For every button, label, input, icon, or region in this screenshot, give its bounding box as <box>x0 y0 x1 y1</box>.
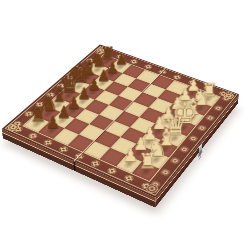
piece-brown-pawn[interactable]: ♟ <box>37 114 68 131</box>
piece-cream-rook[interactable]: ♜ <box>131 151 164 172</box>
chess-board: ♜♞♝♛♚♝♞♜♟♟♟♟♟♟♟♟♟♟♟♟♟♟♟♟♜♞♝♛♚♝♞♜ <box>2 45 239 198</box>
fold-split-line <box>73 161 75 171</box>
board-top-surface: ♜♞♝♛♚♝♞♜♟♟♟♟♟♟♟♟♟♟♟♟♟♟♟♟♜♞♝♛♚♝♞♜ <box>2 45 239 198</box>
product-photo-scene: ♜♞♝♛♚♝♞♜♟♟♟♟♟♟♟♟♟♟♟♟♟♟♟♟♜♞♝♛♚♝♞♜ <box>0 0 250 250</box>
